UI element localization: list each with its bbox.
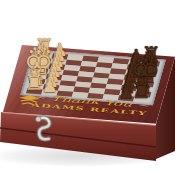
chess-gift-set-photo: ♜♟♟♜♞♟♟♞♝♟♟♝♛♟♟♛♚♟♟♚♝♟♟♝♞♟♟♞♜♟♟♜ ~ Thank… — [0, 0, 175, 175]
box-lid-top: ♜♟♟♜♞♟♟♞♝♟♟♝♛♟♟♛♚♟♟♚♝♟♟♝♞♟♟♞♜♟♟♜ ~ Thank… — [3, 45, 175, 124]
